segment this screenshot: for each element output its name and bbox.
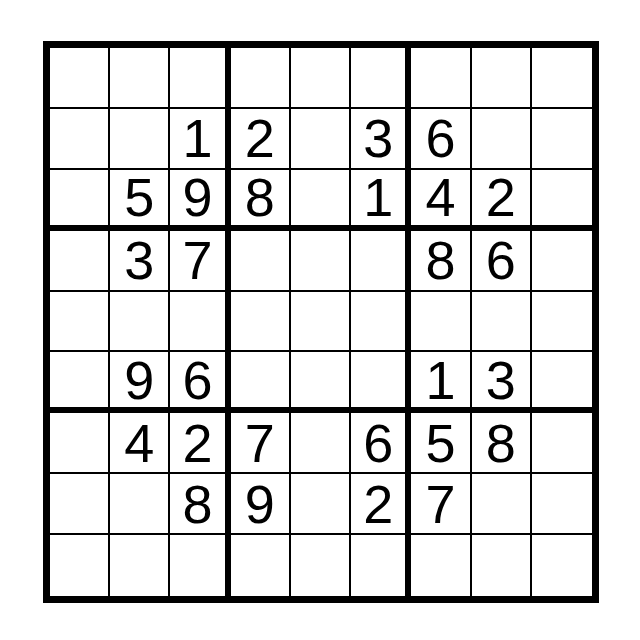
cell-r2c9[interactable] bbox=[532, 109, 592, 170]
cell-r7c2[interactable]: 4 bbox=[110, 413, 170, 474]
cell-r8c3[interactable]: 8 bbox=[170, 474, 230, 535]
cell-r9c6[interactable] bbox=[351, 535, 411, 596]
cell-r3c3[interactable]: 9 bbox=[170, 170, 230, 231]
cell-r8c2[interactable] bbox=[110, 474, 170, 535]
cell-r8c5[interactable] bbox=[291, 474, 351, 535]
cell-r7c6[interactable]: 6 bbox=[351, 413, 411, 474]
cell-r9c9[interactable] bbox=[532, 535, 592, 596]
cell-r8c1[interactable] bbox=[50, 474, 110, 535]
cell-r1c1[interactable] bbox=[50, 48, 110, 109]
cell-r6c6[interactable] bbox=[351, 352, 411, 413]
cell-r3c5[interactable] bbox=[291, 170, 351, 231]
cell-r7c4[interactable]: 7 bbox=[231, 413, 291, 474]
cell-r5c6[interactable] bbox=[351, 292, 411, 353]
cell-r1c3[interactable] bbox=[170, 48, 230, 109]
cell-r1c2[interactable] bbox=[110, 48, 170, 109]
cell-r5c9[interactable] bbox=[532, 292, 592, 353]
cell-r3c2[interactable]: 5 bbox=[110, 170, 170, 231]
cell-r2c1[interactable] bbox=[50, 109, 110, 170]
cell-r7c8[interactable]: 8 bbox=[472, 413, 532, 474]
cell-r2c4[interactable]: 2 bbox=[231, 109, 291, 170]
cell-r6c1[interactable] bbox=[50, 352, 110, 413]
cell-r8c9[interactable] bbox=[532, 474, 592, 535]
cell-r4c4[interactable] bbox=[231, 231, 291, 292]
cell-r6c5[interactable] bbox=[291, 352, 351, 413]
cell-r6c7[interactable]: 1 bbox=[411, 352, 471, 413]
cell-r4c6[interactable] bbox=[351, 231, 411, 292]
sudoku-board: 1236598142378696134276588927 bbox=[43, 41, 599, 603]
cell-r9c4[interactable] bbox=[231, 535, 291, 596]
cell-r4c3[interactable]: 7 bbox=[170, 231, 230, 292]
cell-r2c6[interactable]: 3 bbox=[351, 109, 411, 170]
cell-r3c6[interactable]: 1 bbox=[351, 170, 411, 231]
cell-r2c3[interactable]: 1 bbox=[170, 109, 230, 170]
cell-r6c4[interactable] bbox=[231, 352, 291, 413]
cell-r5c2[interactable] bbox=[110, 292, 170, 353]
cell-r6c9[interactable] bbox=[532, 352, 592, 413]
cell-r8c4[interactable]: 9 bbox=[231, 474, 291, 535]
cell-r9c5[interactable] bbox=[291, 535, 351, 596]
cell-r2c2[interactable] bbox=[110, 109, 170, 170]
cell-r5c1[interactable] bbox=[50, 292, 110, 353]
cell-r1c8[interactable] bbox=[472, 48, 532, 109]
cell-r6c2[interactable]: 9 bbox=[110, 352, 170, 413]
cell-r5c8[interactable] bbox=[472, 292, 532, 353]
cell-r9c3[interactable] bbox=[170, 535, 230, 596]
cell-r3c7[interactable]: 4 bbox=[411, 170, 471, 231]
cell-r3c8[interactable]: 2 bbox=[472, 170, 532, 231]
cell-r1c6[interactable] bbox=[351, 48, 411, 109]
cell-r7c1[interactable] bbox=[50, 413, 110, 474]
cell-r7c9[interactable] bbox=[532, 413, 592, 474]
cell-r2c5[interactable] bbox=[291, 109, 351, 170]
cell-r3c4[interactable]: 8 bbox=[231, 170, 291, 231]
cell-r8c7[interactable]: 7 bbox=[411, 474, 471, 535]
cell-r5c7[interactable] bbox=[411, 292, 471, 353]
cell-r5c3[interactable] bbox=[170, 292, 230, 353]
cell-r2c8[interactable] bbox=[472, 109, 532, 170]
cell-r4c8[interactable]: 6 bbox=[472, 231, 532, 292]
cell-r9c1[interactable] bbox=[50, 535, 110, 596]
cell-r3c9[interactable] bbox=[532, 170, 592, 231]
cell-r4c1[interactable] bbox=[50, 231, 110, 292]
cell-r8c6[interactable]: 2 bbox=[351, 474, 411, 535]
cell-r9c2[interactable] bbox=[110, 535, 170, 596]
cell-r4c5[interactable] bbox=[291, 231, 351, 292]
cell-r7c3[interactable]: 2 bbox=[170, 413, 230, 474]
cell-r5c5[interactable] bbox=[291, 292, 351, 353]
cell-r3c1[interactable] bbox=[50, 170, 110, 231]
cell-r2c7[interactable]: 6 bbox=[411, 109, 471, 170]
cell-r7c5[interactable] bbox=[291, 413, 351, 474]
cell-r8c8[interactable] bbox=[472, 474, 532, 535]
cell-r1c5[interactable] bbox=[291, 48, 351, 109]
page: 1236598142378696134276588927 bbox=[0, 0, 640, 640]
cell-r4c2[interactable]: 3 bbox=[110, 231, 170, 292]
cell-r6c3[interactable]: 6 bbox=[170, 352, 230, 413]
cell-r1c7[interactable] bbox=[411, 48, 471, 109]
cell-r5c4[interactable] bbox=[231, 292, 291, 353]
cell-r4c9[interactable] bbox=[532, 231, 592, 292]
cell-r4c7[interactable]: 8 bbox=[411, 231, 471, 292]
cell-r7c7[interactable]: 5 bbox=[411, 413, 471, 474]
cell-r9c7[interactable] bbox=[411, 535, 471, 596]
cell-r1c4[interactable] bbox=[231, 48, 291, 109]
cell-r1c9[interactable] bbox=[532, 48, 592, 109]
cell-r9c8[interactable] bbox=[472, 535, 532, 596]
cell-r6c8[interactable]: 3 bbox=[472, 352, 532, 413]
